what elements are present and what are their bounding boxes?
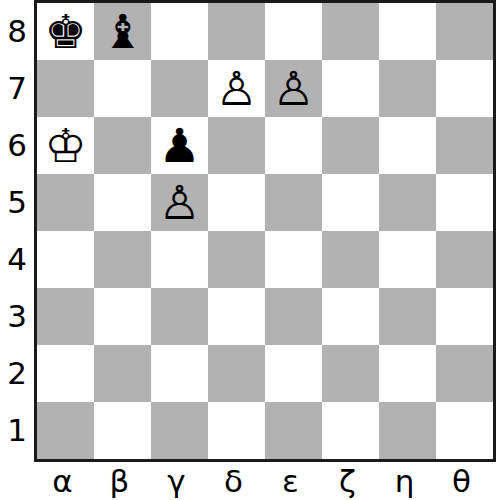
file-label-f: ζ — [319, 462, 376, 500]
square-h7[interactable] — [436, 60, 493, 117]
square-c5[interactable]: ♙ — [151, 174, 208, 231]
square-c6[interactable]: ♟ — [151, 117, 208, 174]
square-a4[interactable] — [37, 231, 94, 288]
file-label-a: α — [34, 462, 91, 500]
square-b7[interactable] — [94, 60, 151, 117]
rank-label-1: 1 — [0, 402, 34, 459]
square-c3[interactable] — [151, 288, 208, 345]
square-d6[interactable] — [208, 117, 265, 174]
square-c4[interactable] — [151, 231, 208, 288]
square-h8[interactable] — [436, 3, 493, 60]
square-d1[interactable] — [208, 402, 265, 459]
rank-label-3: 3 — [0, 288, 34, 345]
square-f6[interactable] — [322, 117, 379, 174]
file-label-d: δ — [205, 462, 262, 500]
square-g3[interactable] — [379, 288, 436, 345]
piece-black-king: ♚ — [44, 3, 86, 60]
square-h5[interactable] — [436, 174, 493, 231]
square-f8[interactable] — [322, 3, 379, 60]
square-f3[interactable] — [322, 288, 379, 345]
square-e6[interactable] — [265, 117, 322, 174]
square-f4[interactable] — [322, 231, 379, 288]
square-e5[interactable] — [265, 174, 322, 231]
square-b2[interactable] — [94, 345, 151, 402]
square-g5[interactable] — [379, 174, 436, 231]
square-b1[interactable] — [94, 402, 151, 459]
square-b5[interactable] — [94, 174, 151, 231]
file-label-e: ε — [262, 462, 319, 500]
square-h3[interactable] — [436, 288, 493, 345]
square-a2[interactable] — [37, 345, 94, 402]
file-label-b: β — [91, 462, 148, 500]
file-labels: αβγδεζηθ — [34, 462, 496, 500]
file-label-h: θ — [433, 462, 490, 500]
rank-label-2: 2 — [0, 345, 34, 402]
board-row: 87654321 ♚♝♙♙♔♟♙ — [0, 0, 500, 462]
square-e1[interactable] — [265, 402, 322, 459]
piece-white-king: ♔ — [44, 117, 86, 174]
square-c7[interactable] — [151, 60, 208, 117]
square-e4[interactable] — [265, 231, 322, 288]
square-g2[interactable] — [379, 345, 436, 402]
square-h4[interactable] — [436, 231, 493, 288]
piece-white-pawn: ♙ — [272, 60, 314, 117]
square-d5[interactable] — [208, 174, 265, 231]
square-e8[interactable] — [265, 3, 322, 60]
square-g4[interactable] — [379, 231, 436, 288]
square-h6[interactable] — [436, 117, 493, 174]
square-h1[interactable] — [436, 402, 493, 459]
piece-black-pawn: ♟ — [158, 117, 200, 174]
square-g7[interactable] — [379, 60, 436, 117]
square-a8[interactable]: ♚ — [37, 3, 94, 60]
square-e2[interactable] — [265, 345, 322, 402]
square-c2[interactable] — [151, 345, 208, 402]
rank-label-4: 4 — [0, 231, 34, 288]
square-f1[interactable] — [322, 402, 379, 459]
square-a7[interactable] — [37, 60, 94, 117]
rank-label-6: 6 — [0, 117, 34, 174]
file-label-c: γ — [148, 462, 205, 500]
square-e3[interactable] — [265, 288, 322, 345]
piece-black-bishop: ♝ — [101, 3, 143, 60]
rank-label-8: 8 — [0, 3, 34, 60]
chess-board: ♚♝♙♙♔♟♙ — [34, 0, 496, 462]
square-g8[interactable] — [379, 3, 436, 60]
square-d7[interactable]: ♙ — [208, 60, 265, 117]
square-b3[interactable] — [94, 288, 151, 345]
square-d2[interactable] — [208, 345, 265, 402]
square-c8[interactable] — [151, 3, 208, 60]
piece-white-pawn: ♙ — [215, 60, 257, 117]
square-g6[interactable] — [379, 117, 436, 174]
square-a5[interactable] — [37, 174, 94, 231]
chess-diagram: 87654321 ♚♝♙♙♔♟♙ αβγδεζηθ — [0, 0, 500, 500]
square-a1[interactable] — [37, 402, 94, 459]
piece-white-pawn: ♙ — [158, 174, 200, 231]
rank-label-7: 7 — [0, 60, 34, 117]
square-f5[interactable] — [322, 174, 379, 231]
square-b8[interactable]: ♝ — [94, 3, 151, 60]
square-h2[interactable] — [436, 345, 493, 402]
rank-labels: 87654321 — [0, 0, 34, 462]
square-d4[interactable] — [208, 231, 265, 288]
square-e7[interactable]: ♙ — [265, 60, 322, 117]
square-a6[interactable]: ♔ — [37, 117, 94, 174]
square-g1[interactable] — [379, 402, 436, 459]
square-d3[interactable] — [208, 288, 265, 345]
square-a3[interactable] — [37, 288, 94, 345]
square-f2[interactable] — [322, 345, 379, 402]
square-b4[interactable] — [94, 231, 151, 288]
file-label-g: η — [376, 462, 433, 500]
square-d8[interactable] — [208, 3, 265, 60]
square-b6[interactable] — [94, 117, 151, 174]
square-f7[interactable] — [322, 60, 379, 117]
square-c1[interactable] — [151, 402, 208, 459]
rank-label-5: 5 — [0, 174, 34, 231]
